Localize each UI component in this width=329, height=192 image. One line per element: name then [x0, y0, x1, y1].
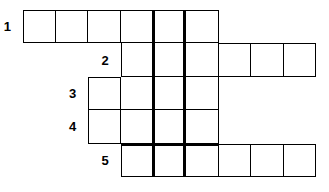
- cell-r1-c1[interactable]: [23, 10, 56, 43]
- cell-r1-c6[interactable]: [186, 10, 219, 43]
- clue-number-4: 4: [48, 110, 76, 143]
- solution-column-cell-r5-c5[interactable]: [153, 144, 186, 177]
- cell-r1-c4[interactable]: [121, 10, 154, 43]
- solution-column-cell-r1-c5[interactable]: [153, 10, 186, 43]
- cell-r5-c6[interactable]: [186, 144, 219, 177]
- cell-r2-c9[interactable]: [284, 43, 317, 76]
- cell-r5-c4[interactable]: [121, 144, 154, 177]
- cell-r3-c6[interactable]: [186, 77, 219, 110]
- clue-number-2: 2: [81, 43, 109, 76]
- cell-r2-c8[interactable]: [251, 43, 284, 76]
- cell-r5-c9[interactable]: [284, 144, 317, 177]
- puzzle-canvas: 12345: [0, 0, 329, 192]
- cell-r2-c7[interactable]: [219, 43, 252, 76]
- cell-r2-c4[interactable]: [121, 43, 154, 76]
- clue-number-3: 3: [48, 77, 76, 110]
- cell-r2-c6[interactable]: [186, 43, 219, 76]
- clue-number-1: 1: [0, 10, 11, 43]
- crossword-board: 12345: [0, 0, 329, 192]
- solution-column-cell-r3-c5[interactable]: [153, 77, 186, 110]
- cell-r4-c4[interactable]: [121, 110, 154, 143]
- cell-r3-c4[interactable]: [121, 77, 154, 110]
- cell-r4-c3[interactable]: [88, 110, 121, 143]
- cell-r4-c6[interactable]: [186, 110, 219, 143]
- clue-number-5: 5: [81, 144, 109, 177]
- cell-r3-c3[interactable]: [88, 77, 121, 110]
- cell-r1-c2[interactable]: [56, 10, 89, 43]
- cell-r5-c8[interactable]: [251, 144, 284, 177]
- cell-r1-c3[interactable]: [88, 10, 121, 43]
- cell-r5-c7[interactable]: [219, 144, 252, 177]
- solution-column-cell-r2-c5[interactable]: [153, 43, 186, 76]
- solution-column-cell-r4-c5[interactable]: [153, 110, 186, 143]
